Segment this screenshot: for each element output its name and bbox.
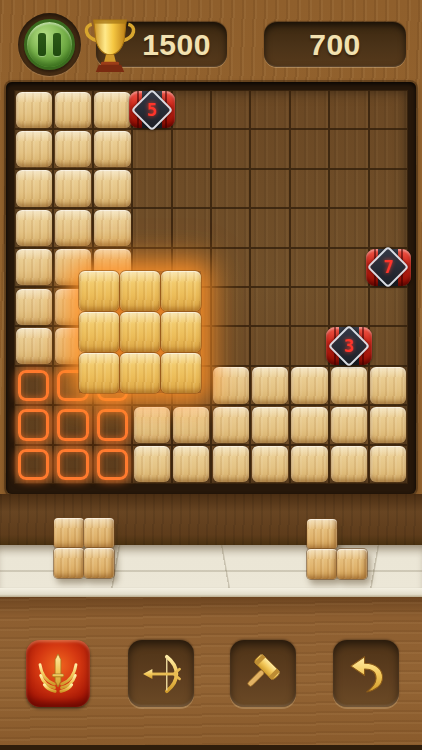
undo-button[interactable] xyxy=(333,640,399,707)
tray-block xyxy=(84,518,114,548)
wood-block xyxy=(213,407,249,443)
tray-block xyxy=(84,548,114,578)
wood-block xyxy=(16,92,52,128)
floating-block xyxy=(79,271,119,311)
placement-preview xyxy=(18,409,49,440)
game-screen: 1500 700 573 xyxy=(0,0,422,750)
board-pieces-layer: 573 xyxy=(14,90,408,484)
tray-block xyxy=(307,519,337,549)
bottom-strip xyxy=(0,745,422,750)
wood-block xyxy=(370,446,406,482)
placement-preview xyxy=(18,449,49,480)
bomb-countdown: 3 xyxy=(344,336,354,356)
wood-block xyxy=(16,249,52,285)
pause-button[interactable] xyxy=(24,19,75,70)
target-score-value: 700 xyxy=(309,28,361,62)
placement-preview xyxy=(97,409,128,440)
wood-block xyxy=(55,210,91,246)
wood-block xyxy=(331,446,367,482)
floating-block xyxy=(79,353,119,393)
placement-preview xyxy=(57,449,88,480)
tray-block xyxy=(54,518,84,548)
pause-icon xyxy=(38,33,46,56)
trophy-icon xyxy=(82,15,138,74)
wood-block xyxy=(94,210,130,246)
wood-block xyxy=(370,367,406,403)
target-score-panel: 700 xyxy=(264,22,406,67)
hammer-icon xyxy=(240,651,286,697)
floating-block xyxy=(161,271,201,311)
wood-block xyxy=(213,367,249,403)
placement-preview xyxy=(97,449,128,480)
tray-piece-square-2x2[interactable] xyxy=(54,518,114,578)
bow-button[interactable] xyxy=(128,640,194,707)
wood-block xyxy=(55,131,91,167)
wood-block xyxy=(55,170,91,206)
tray-piece-corner-tromino[interactable] xyxy=(307,519,367,579)
wood-block xyxy=(16,289,52,325)
wood-block xyxy=(291,407,327,443)
floating-block xyxy=(161,312,201,352)
wood-block xyxy=(16,210,52,246)
bomb: 5 xyxy=(129,91,174,128)
wood-block xyxy=(252,367,288,403)
wood-block xyxy=(94,131,130,167)
wood-block xyxy=(291,446,327,482)
bomb-countdown: 5 xyxy=(147,99,157,119)
winged-sword-icon xyxy=(35,651,81,697)
pause-icon xyxy=(53,33,61,56)
wood-block xyxy=(94,170,130,206)
shelf-front-edge xyxy=(0,588,422,597)
hammer-button[interactable] xyxy=(230,640,296,707)
wood-block xyxy=(16,170,52,206)
wood-block xyxy=(173,407,209,443)
wood-block xyxy=(213,446,249,482)
floating-block xyxy=(120,312,160,352)
wood-block xyxy=(55,92,91,128)
floating-piece[interactable] xyxy=(79,271,201,393)
tray-block xyxy=(337,549,367,579)
wood-block xyxy=(94,92,130,128)
floating-block xyxy=(79,312,119,352)
wood-block xyxy=(331,367,367,403)
wood-block xyxy=(291,367,327,403)
wood-block xyxy=(252,446,288,482)
floating-block xyxy=(161,353,201,393)
tray-block xyxy=(307,549,337,579)
wood-block xyxy=(134,446,170,482)
bomb: 3 xyxy=(326,327,371,364)
undo-arrow-icon xyxy=(343,651,389,697)
wood-block xyxy=(134,407,170,443)
spacer xyxy=(337,519,367,549)
bomb-countdown: 7 xyxy=(383,257,393,277)
wood-block xyxy=(173,446,209,482)
wood-block xyxy=(16,131,52,167)
score-value: 1500 xyxy=(142,28,211,62)
floating-block xyxy=(120,271,160,311)
placement-preview xyxy=(18,370,49,401)
wood-block xyxy=(370,407,406,443)
wood-block xyxy=(16,328,52,364)
tray-block xyxy=(54,548,84,578)
bomb: 7 xyxy=(366,249,411,286)
bow-arrow-icon xyxy=(138,651,184,697)
floating-block xyxy=(120,353,160,393)
wood-block xyxy=(331,407,367,443)
placement-preview xyxy=(57,409,88,440)
wood-block xyxy=(252,407,288,443)
power-up-sword-button[interactable] xyxy=(26,640,90,707)
game-board: 573 xyxy=(6,82,416,494)
